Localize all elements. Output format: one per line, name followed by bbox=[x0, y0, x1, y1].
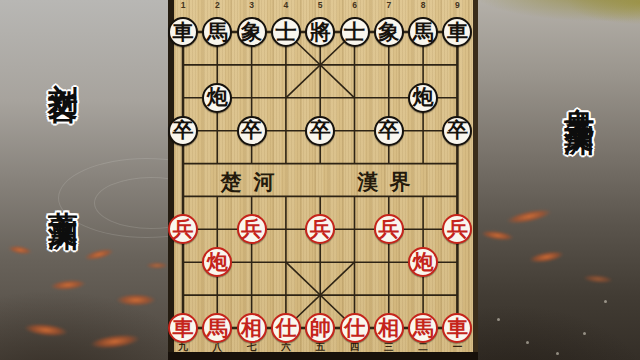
piece-red-炮[interactable]: 炮 bbox=[202, 247, 232, 277]
river-label-he: 河 bbox=[252, 168, 276, 196]
piece-black-卒[interactable]: 卒 bbox=[374, 116, 404, 146]
piece-black-炮[interactable]: 炮 bbox=[202, 83, 232, 113]
player-name-left-bottom: 董文渊 bbox=[47, 187, 79, 199]
water-speck bbox=[556, 352, 559, 355]
piece-red-兵[interactable]: 兵 bbox=[374, 214, 404, 244]
koi-fish bbox=[146, 262, 168, 269]
piece-black-士[interactable]: 士 bbox=[340, 17, 370, 47]
piece-black-馬[interactable]: 馬 bbox=[408, 17, 438, 47]
xiangqi-board[interactable]: 楚 河 漢 界 123456789 九八七六五四三二一 車馬象士將士象馬車炮炮卒… bbox=[168, 0, 478, 360]
river-label-jie: 界 bbox=[388, 168, 412, 196]
piece-red-兵[interactable]: 兵 bbox=[237, 214, 267, 244]
water-speck bbox=[604, 300, 607, 303]
river-label-han: 漢 bbox=[356, 168, 380, 196]
piece-black-卒[interactable]: 卒 bbox=[442, 116, 472, 146]
piece-red-帥[interactable]: 帥 bbox=[305, 313, 335, 343]
piece-red-仕[interactable]: 仕 bbox=[340, 313, 370, 343]
video-frame: 刘文哲 董文渊 鬼才董文渊 bbox=[0, 0, 640, 360]
piece-black-卒[interactable]: 卒 bbox=[305, 116, 335, 146]
piece-red-相[interactable]: 相 bbox=[374, 313, 404, 343]
caption-right: 鬼才董文渊 bbox=[563, 84, 595, 104]
file-number-top: 2 bbox=[211, 0, 223, 10]
piece-black-卒[interactable]: 卒 bbox=[168, 116, 198, 146]
piece-black-士[interactable]: 士 bbox=[271, 17, 301, 47]
player-name-left-top: 刘文哲 bbox=[47, 60, 79, 72]
file-number-top: 8 bbox=[417, 0, 429, 10]
file-number-top: 4 bbox=[280, 0, 292, 10]
water-photo-right bbox=[477, 0, 640, 360]
water-speck bbox=[526, 341, 529, 344]
file-number-top: 5 bbox=[314, 0, 326, 10]
board-bottom-edge bbox=[168, 352, 478, 360]
file-number-top: 3 bbox=[246, 0, 258, 10]
water-speck bbox=[583, 332, 586, 335]
piece-black-卒[interactable]: 卒 bbox=[237, 116, 267, 146]
file-number-top: 1 bbox=[177, 0, 189, 10]
piece-black-象[interactable]: 象 bbox=[374, 17, 404, 47]
piece-red-仕[interactable]: 仕 bbox=[271, 313, 301, 343]
koi-fish bbox=[116, 294, 156, 306]
piece-red-炮[interactable]: 炮 bbox=[408, 247, 438, 277]
file-number-top: 9 bbox=[451, 0, 463, 10]
file-number-top: 6 bbox=[349, 0, 361, 10]
water-speck bbox=[497, 318, 500, 321]
piece-red-車[interactable]: 車 bbox=[168, 313, 198, 343]
piece-black-炮[interactable]: 炮 bbox=[408, 83, 438, 113]
piece-black-車[interactable]: 車 bbox=[168, 17, 198, 47]
piece-red-馬[interactable]: 馬 bbox=[408, 313, 438, 343]
piece-black-將[interactable]: 將 bbox=[305, 17, 335, 47]
piece-red-相[interactable]: 相 bbox=[237, 313, 267, 343]
file-number-top: 7 bbox=[383, 0, 395, 10]
river-label-chu: 楚 bbox=[219, 168, 243, 196]
water-photo-left bbox=[0, 0, 169, 360]
piece-black-象[interactable]: 象 bbox=[237, 17, 267, 47]
